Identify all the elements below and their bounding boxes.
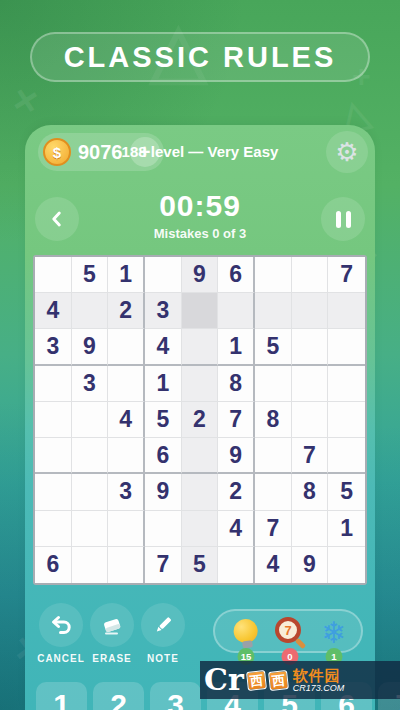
cell-r9c5[interactable]: 5 bbox=[182, 547, 219, 583]
cell-r4c7[interactable] bbox=[255, 366, 292, 402]
numpad-1[interactable]: 1 bbox=[36, 682, 87, 710]
pause-icon bbox=[336, 211, 341, 228]
watermark-site-url: CR173.COM bbox=[293, 684, 345, 693]
undo-icon bbox=[49, 613, 73, 637]
cell-r3c4[interactable]: 4 bbox=[145, 329, 182, 365]
cell-r5c6[interactable]: 7 bbox=[218, 402, 255, 438]
eraser-icon bbox=[100, 613, 124, 637]
cell-r6c6[interactable]: 9 bbox=[218, 438, 255, 474]
cell-r3c1[interactable]: 3 bbox=[35, 329, 72, 365]
cell-r5c4[interactable]: 5 bbox=[145, 402, 182, 438]
cell-r6c8[interactable]: 7 bbox=[292, 438, 329, 474]
cell-r4c3[interactable] bbox=[108, 366, 145, 402]
cell-r6c9[interactable] bbox=[328, 438, 365, 474]
cell-r2c2[interactable] bbox=[72, 293, 109, 329]
cell-r3c6[interactable]: 1 bbox=[218, 329, 255, 365]
cell-r8c9[interactable]: 1 bbox=[328, 511, 365, 547]
cell-r1c9[interactable]: 7 bbox=[328, 257, 365, 293]
hint-snowflake-button[interactable]: ❄ 1 bbox=[312, 611, 356, 655]
cell-r1c6[interactable]: 6 bbox=[218, 257, 255, 293]
cell-r5c7[interactable]: 8 bbox=[255, 402, 292, 438]
cell-r2c9[interactable] bbox=[328, 293, 365, 329]
cell-r5c8[interactable] bbox=[292, 402, 329, 438]
cell-r5c3[interactable]: 4 bbox=[108, 402, 145, 438]
cell-r9c1[interactable]: 6 bbox=[35, 547, 72, 583]
settings-button[interactable]: ⚙ bbox=[326, 131, 368, 173]
cell-r3c9[interactable] bbox=[328, 329, 365, 365]
cell-r2c5[interactable] bbox=[182, 293, 219, 329]
cell-r9c7[interactable]: 4 bbox=[255, 547, 292, 583]
cell-r8c1[interactable] bbox=[35, 511, 72, 547]
numpad-3[interactable]: 3 bbox=[150, 682, 201, 710]
cell-r9c2[interactable] bbox=[72, 547, 109, 583]
pencil-icon bbox=[151, 613, 175, 637]
cell-r2c3[interactable]: 2 bbox=[108, 293, 145, 329]
cell-r6c3[interactable] bbox=[108, 438, 145, 474]
cell-r1c5[interactable]: 9 bbox=[182, 257, 219, 293]
cell-r1c1[interactable] bbox=[35, 257, 72, 293]
gear-icon: ⚙ bbox=[335, 139, 358, 165]
watermark-site-name: 软件园 bbox=[293, 668, 345, 683]
cell-r3c5[interactable] bbox=[182, 329, 219, 365]
snowflake-icon: ❄ bbox=[321, 618, 346, 648]
cell-r7c5[interactable] bbox=[182, 474, 219, 510]
cell-r7c7[interactable] bbox=[255, 474, 292, 510]
app-screen: △×+△◇?+~×◇ CLASSIC RULES $ 9076 + 188 le… bbox=[0, 0, 400, 710]
pause-button[interactable] bbox=[321, 197, 365, 241]
cell-r1c8[interactable] bbox=[292, 257, 329, 293]
cell-r8c2[interactable] bbox=[72, 511, 109, 547]
cell-r4c1[interactable] bbox=[35, 366, 72, 402]
cell-r7c3[interactable]: 3 bbox=[108, 474, 145, 510]
cell-r8c5[interactable] bbox=[182, 511, 219, 547]
cell-r9c6[interactable] bbox=[218, 547, 255, 583]
cell-r5c1[interactable] bbox=[35, 402, 72, 438]
cell-r7c4[interactable]: 9 bbox=[145, 474, 182, 510]
magnifier-icon: 7 bbox=[275, 617, 305, 649]
watermark-cjk-2: 西 bbox=[268, 670, 289, 691]
cell-r4c4[interactable]: 1 bbox=[145, 366, 182, 402]
cell-r8c3[interactable] bbox=[108, 511, 145, 547]
cell-r9c9[interactable] bbox=[328, 547, 365, 583]
level-text: 188 level — Very Easy bbox=[25, 143, 375, 160]
cell-r4c6[interactable]: 8 bbox=[218, 366, 255, 402]
bg-pattern-glyph: × bbox=[10, 76, 42, 125]
cell-r7c1[interactable] bbox=[35, 474, 72, 510]
cell-r3c7[interactable]: 5 bbox=[255, 329, 292, 365]
cell-r3c3[interactable] bbox=[108, 329, 145, 365]
cell-r2c6[interactable] bbox=[218, 293, 255, 329]
cell-r6c2[interactable] bbox=[72, 438, 109, 474]
cell-r1c3[interactable]: 1 bbox=[108, 257, 145, 293]
cell-r4c2[interactable]: 3 bbox=[72, 366, 109, 402]
cell-r8c8[interactable] bbox=[292, 511, 329, 547]
cell-r7c8[interactable]: 8 bbox=[292, 474, 329, 510]
sudoku-board: 5196742339415318452786973928547167549 bbox=[33, 255, 367, 585]
cell-r8c4[interactable] bbox=[145, 511, 182, 547]
hint-pill: 15 7 0 ❄ 1 bbox=[213, 609, 363, 653]
cell-r1c4[interactable] bbox=[145, 257, 182, 293]
cell-r8c6[interactable]: 4 bbox=[218, 511, 255, 547]
cell-r1c2[interactable]: 5 bbox=[72, 257, 109, 293]
cell-r9c8[interactable]: 9 bbox=[292, 547, 329, 583]
cell-r5c9[interactable] bbox=[328, 402, 365, 438]
cell-r2c4[interactable]: 3 bbox=[145, 293, 182, 329]
cell-r4c8[interactable] bbox=[292, 366, 329, 402]
page-title-label: CLASSIC RULES bbox=[64, 41, 337, 74]
cell-r9c3[interactable] bbox=[108, 547, 145, 583]
cell-r3c8[interactable] bbox=[292, 329, 329, 365]
cell-r9c4[interactable]: 7 bbox=[145, 547, 182, 583]
cell-r2c1[interactable]: 4 bbox=[35, 293, 72, 329]
watermark-logo: Cr bbox=[204, 665, 244, 695]
note-label: NOTE bbox=[133, 653, 193, 664]
cell-r7c2[interactable] bbox=[72, 474, 109, 510]
game-panel: $ 9076 + 188 level — Very Easy ⚙ 00:59 M… bbox=[25, 125, 375, 710]
cell-r6c5[interactable] bbox=[182, 438, 219, 474]
cell-r5c5[interactable]: 2 bbox=[182, 402, 219, 438]
cell-r2c7[interactable] bbox=[255, 293, 292, 329]
note-button[interactable]: NOTE bbox=[133, 603, 193, 664]
cell-r6c4[interactable]: 6 bbox=[145, 438, 182, 474]
numpad-2[interactable]: 2 bbox=[93, 682, 144, 710]
cell-r5c2[interactable] bbox=[72, 402, 109, 438]
cell-r4c5[interactable] bbox=[182, 366, 219, 402]
cell-r6c7[interactable] bbox=[255, 438, 292, 474]
cell-r2c8[interactable] bbox=[292, 293, 329, 329]
hint-bulb-button[interactable]: 15 bbox=[224, 611, 268, 655]
hint-magnifier-button[interactable]: 7 0 bbox=[268, 611, 312, 655]
page-title: CLASSIC RULES bbox=[30, 32, 370, 82]
bulb-icon bbox=[232, 617, 260, 649]
cell-r1c7[interactable] bbox=[255, 257, 292, 293]
watermark-cjk-1: 西 bbox=[246, 670, 267, 691]
cell-r7c6[interactable]: 2 bbox=[218, 474, 255, 510]
cell-r7c9[interactable]: 5 bbox=[328, 474, 365, 510]
cell-r8c7[interactable]: 7 bbox=[255, 511, 292, 547]
cell-r4c9[interactable] bbox=[328, 366, 365, 402]
cell-r3c2[interactable]: 9 bbox=[72, 329, 109, 365]
watermark: Cr 西 西 软件园 CR173.COM bbox=[200, 661, 400, 699]
cell-r6c1[interactable] bbox=[35, 438, 72, 474]
